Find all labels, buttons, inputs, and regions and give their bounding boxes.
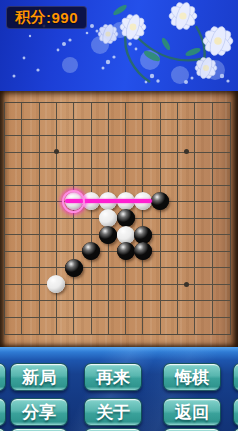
grid-cell: [74, 136, 91, 153]
grid-cell: [126, 318, 143, 335]
grid-cell: [40, 252, 57, 269]
grid-cell: [195, 136, 212, 153]
grid-cell: [57, 120, 74, 137]
black-stone: ●: [117, 209, 135, 227]
grid-cell: [195, 235, 212, 252]
grid-cell: [22, 202, 39, 219]
grid-cell: [5, 186, 22, 203]
black-stone: ●: [117, 242, 135, 260]
grid-cell: [22, 235, 39, 252]
stone-glyph: ●: [99, 226, 117, 244]
grid-cell: [213, 202, 230, 219]
grid-cell: [126, 136, 143, 153]
grid-cell: [195, 252, 212, 269]
grid-cell: [92, 120, 109, 137]
grid-cell: [57, 318, 74, 335]
grid-cell: [161, 252, 178, 269]
grid-cell: [40, 301, 57, 318]
grid-cell: [126, 169, 143, 186]
grid-cell: [5, 169, 22, 186]
grid-cell: [5, 301, 22, 318]
grid-cell: [143, 103, 160, 120]
grid-cell: [161, 120, 178, 137]
grid-cell: [109, 169, 126, 186]
grid-cell: [213, 252, 230, 269]
app-screen: 积分:990 ●●●●●●●●●●●●●●●● 新局 再来 悔棋 分享 关于 返…: [0, 0, 238, 431]
black-stone: ●: [99, 226, 117, 244]
grid-cell: [178, 186, 195, 203]
grid-cell: [5, 318, 22, 335]
grid-cell: [126, 120, 143, 137]
floral-background: 积分:990: [0, 0, 238, 91]
grid-cell: [92, 285, 109, 302]
grid-cell: [109, 318, 126, 335]
grid-cell: [57, 219, 74, 236]
grid-cell: [161, 153, 178, 170]
grid-cell: [161, 301, 178, 318]
grid-cell: [195, 219, 212, 236]
undo-button[interactable]: 悔棋: [163, 363, 221, 391]
grid-cell: [74, 318, 91, 335]
grid-cell: [195, 285, 212, 302]
grid-cell: [92, 136, 109, 153]
grid-cell: [143, 120, 160, 137]
grid-cell: [195, 268, 212, 285]
grid-cell: [178, 285, 195, 302]
white-stone: ●: [117, 226, 135, 244]
grid-cell: [143, 136, 160, 153]
grid-cell: [126, 268, 143, 285]
again-button[interactable]: 再来: [84, 363, 142, 391]
grid-cell: [178, 219, 195, 236]
grid-cell: [109, 153, 126, 170]
grid-cell: [178, 235, 195, 252]
grid-cell: [22, 186, 39, 203]
black-stone: ●: [65, 259, 83, 277]
grid-cell: [92, 301, 109, 318]
grid-cell: [5, 202, 22, 219]
grid-cell: [40, 103, 57, 120]
back-button[interactable]: 返回: [163, 398, 221, 426]
grid-cell: [195, 103, 212, 120]
last-move-ring: [62, 190, 85, 213]
new-game-button[interactable]: 新局: [10, 363, 68, 391]
grid-cell: [213, 153, 230, 170]
grid-cell: [22, 268, 39, 285]
grid-cell: [109, 136, 126, 153]
grid-cell: [195, 202, 212, 219]
grid-cell: [5, 268, 22, 285]
grid-cell: [40, 318, 57, 335]
grid-cell: [195, 301, 212, 318]
partial-button-stub: [233, 363, 238, 391]
star-point: [54, 149, 59, 154]
grid-cell: [126, 103, 143, 120]
grid-cell: [74, 103, 91, 120]
grid-cell: [22, 285, 39, 302]
grid-cell: [213, 268, 230, 285]
grid-cell: [178, 301, 195, 318]
grid-cell: [74, 120, 91, 137]
star-point: [184, 282, 189, 287]
grid-cell: [161, 318, 178, 335]
grid-cell: [195, 186, 212, 203]
grid-cell: [92, 103, 109, 120]
grid-cell: [74, 219, 91, 236]
grid-cell: [22, 103, 39, 120]
grid-cell: [5, 153, 22, 170]
goban[interactable]: ●●●●●●●●●●●●●●●●: [0, 91, 238, 347]
grid-cell: [213, 120, 230, 137]
grid-cell: [161, 169, 178, 186]
share-button[interactable]: 分享: [10, 398, 68, 426]
grid-cell: [40, 169, 57, 186]
grid-cell: [22, 169, 39, 186]
grid-cell: [57, 103, 74, 120]
grid-cell: [74, 153, 91, 170]
stone-glyph: ●: [117, 226, 135, 244]
button-panel: 新局 再来 悔棋 分享 关于 返回: [0, 347, 238, 431]
grid-cell: [178, 153, 195, 170]
grid-cell: [213, 169, 230, 186]
grid-cell: [22, 136, 39, 153]
black-stone: ●: [82, 242, 100, 260]
grid-cell: [161, 219, 178, 236]
grid-cell: [92, 318, 109, 335]
grid-cell: [57, 301, 74, 318]
grid-cell: [40, 235, 57, 252]
grid-cell: [57, 136, 74, 153]
grid-cell: [143, 301, 160, 318]
grid-cell: [178, 120, 195, 137]
grid-cell: [126, 301, 143, 318]
grid-cell: [178, 252, 195, 269]
grid-cell: [40, 120, 57, 137]
grid-cell: [74, 169, 91, 186]
grid-cell: [213, 235, 230, 252]
grid-cell: [92, 268, 109, 285]
grid-cell: [40, 186, 57, 203]
grid-cell: [109, 103, 126, 120]
partial-button-stub: [233, 398, 238, 426]
about-button[interactable]: 关于: [84, 398, 142, 426]
grid-cell: [57, 153, 74, 170]
grid-cell: [22, 120, 39, 137]
grid-cell: [195, 120, 212, 137]
stone-glyph: ●: [117, 209, 135, 227]
grid-cell: [5, 103, 22, 120]
grid-cell: [109, 268, 126, 285]
grid-cell: [40, 153, 57, 170]
grid-cell: [22, 153, 39, 170]
grid-cell: [5, 219, 22, 236]
grid-cell: [5, 235, 22, 252]
stone-glyph: ●: [117, 242, 135, 260]
stone-glyph: ●: [82, 242, 100, 260]
grid-cell: [5, 252, 22, 269]
grid-cell: [143, 318, 160, 335]
grid-cell: [57, 235, 74, 252]
grid-cell: [126, 153, 143, 170]
grid-cell: [178, 202, 195, 219]
grid-cell: [22, 318, 39, 335]
grid-cell: [40, 202, 57, 219]
grid-cell: [213, 136, 230, 153]
grid-cell: [22, 219, 39, 236]
grid-cell: [109, 301, 126, 318]
grid-cell: [5, 136, 22, 153]
stone-glyph: ●: [65, 259, 83, 277]
grid-cell: [5, 285, 22, 302]
grid-cell: [143, 153, 160, 170]
grid-cell: [109, 285, 126, 302]
grid-cell: [195, 169, 212, 186]
grid-cell: [195, 153, 212, 170]
grid-cell: [92, 169, 109, 186]
grid-cell: [126, 285, 143, 302]
grid-cell: [213, 301, 230, 318]
score-value: 990: [52, 9, 79, 26]
grid-cell: [178, 169, 195, 186]
grid-cell: [74, 301, 91, 318]
score-badge: 积分:990: [6, 6, 87, 29]
black-stone: ●: [134, 226, 152, 244]
grid-cell: [109, 120, 126, 137]
partial-button-stub: [0, 363, 6, 391]
grid-cell: [143, 268, 160, 285]
grid-cell: [161, 136, 178, 153]
grid-cell: [161, 285, 178, 302]
grid-cell: [57, 169, 74, 186]
stone-glyph: ●: [134, 226, 152, 244]
grid-cell: [143, 169, 160, 186]
grid-cell: [213, 285, 230, 302]
grid-cell: [213, 219, 230, 236]
grid-cell: [92, 153, 109, 170]
grid-cell: [178, 318, 195, 335]
grid-cell: [40, 219, 57, 236]
grid-cell: [22, 252, 39, 269]
grid-cell: [161, 103, 178, 120]
grid-cell: [22, 301, 39, 318]
score-label: 积分: [15, 8, 46, 27]
grid-cell: [213, 318, 230, 335]
grid-cell: [143, 285, 160, 302]
grid-cell: [161, 268, 178, 285]
grid-cell: [178, 103, 195, 120]
grid-cell: [5, 120, 22, 137]
grid-cell: [213, 186, 230, 203]
partial-button-stub: [0, 398, 6, 426]
grid-cell: [161, 235, 178, 252]
grid-cell: [195, 318, 212, 335]
grid-cell: [213, 103, 230, 120]
grid-cell: [74, 285, 91, 302]
